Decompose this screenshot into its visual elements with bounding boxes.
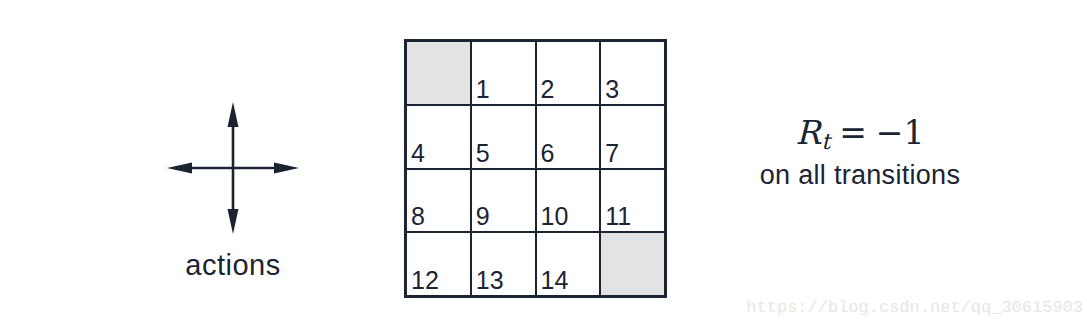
state-number: 7 <box>605 141 619 166</box>
reward-caption: on all transitions <box>710 160 1010 191</box>
state-number: 5 <box>476 141 490 166</box>
state-number: 3 <box>605 77 619 102</box>
state-cell-8: 8 <box>407 170 470 232</box>
state-cell-10: 10 <box>537 170 600 232</box>
state-cell-13: 13 <box>472 233 535 295</box>
actions-cross-icon <box>166 101 300 235</box>
state-number: 12 <box>411 268 439 293</box>
state-number: 11 <box>605 204 631 229</box>
terminal-state-cell-r0c0 <box>407 42 470 104</box>
state-cell-7: 7 <box>601 106 664 168</box>
reward-variable: R <box>795 113 820 152</box>
state-cell-6: 6 <box>537 106 600 168</box>
state-cell-12: 12 <box>407 233 470 295</box>
state-cell-3: 3 <box>601 42 664 104</box>
state-number: 9 <box>476 204 490 229</box>
state-number: 4 <box>411 141 425 166</box>
reward-formula: Rt=−1 <box>710 114 1010 154</box>
equals-sign: = <box>839 113 867 152</box>
state-cell-14: 14 <box>537 233 600 295</box>
state-cell-11: 11 <box>601 170 664 232</box>
state-number: 6 <box>541 141 555 166</box>
state-number: 10 <box>541 204 569 229</box>
state-number: 13 <box>476 268 504 293</box>
reward-subscript: t <box>821 129 830 154</box>
state-cell-2: 2 <box>537 42 600 104</box>
figure-canvas: actions 1234567891011121314 Rt=−1 on all… <box>0 0 1087 326</box>
reward-value: −1 <box>876 113 925 152</box>
state-cell-5: 5 <box>472 106 535 168</box>
state-number: 14 <box>541 268 569 293</box>
actions-label: actions <box>158 249 308 282</box>
state-cell-9: 9 <box>472 170 535 232</box>
gridworld-board: 1234567891011121314 <box>404 39 667 298</box>
terminal-state-cell-r3c3 <box>601 233 664 295</box>
state-cell-1: 1 <box>472 42 535 104</box>
state-number: 2 <box>541 77 555 102</box>
reward-annotation: Rt=−1 on all transitions <box>710 114 1010 191</box>
state-number: 1 <box>476 77 490 102</box>
state-cell-4: 4 <box>407 106 470 168</box>
state-number: 8 <box>411 204 425 229</box>
watermark-url: https://blog.csdn.net/qq_30615903 <box>746 298 1083 317</box>
